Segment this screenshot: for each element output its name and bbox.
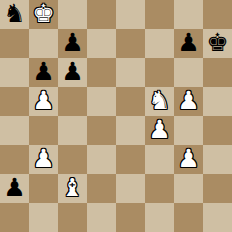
square-a7[interactable] <box>0 29 29 58</box>
square-a3[interactable] <box>0 145 29 174</box>
piece-black-knight[interactable]: ♞ <box>3 1 25 26</box>
piece-black-pawn[interactable]: ♟ <box>3 175 25 200</box>
square-h5[interactable] <box>203 87 232 116</box>
square-f3[interactable] <box>145 145 174 174</box>
square-b1[interactable] <box>29 203 58 232</box>
square-f1[interactable] <box>145 203 174 232</box>
square-d7[interactable] <box>87 29 116 58</box>
square-h2[interactable] <box>203 174 232 203</box>
piece-white-pawn[interactable]: ♟ <box>32 88 54 113</box>
square-c7[interactable]: ♟ <box>58 29 87 58</box>
square-d2[interactable] <box>87 174 116 203</box>
square-c5[interactable] <box>58 87 87 116</box>
square-b2[interactable] <box>29 174 58 203</box>
square-h1[interactable] <box>203 203 232 232</box>
square-c6[interactable]: ♟ <box>58 58 87 87</box>
square-g6[interactable] <box>174 58 203 87</box>
square-g2[interactable] <box>174 174 203 203</box>
square-d6[interactable] <box>87 58 116 87</box>
square-c1[interactable] <box>58 203 87 232</box>
square-a4[interactable] <box>0 116 29 145</box>
square-d8[interactable] <box>87 0 116 29</box>
square-h6[interactable] <box>203 58 232 87</box>
square-d1[interactable] <box>87 203 116 232</box>
square-f2[interactable] <box>145 174 174 203</box>
square-g8[interactable] <box>174 0 203 29</box>
piece-black-pawn[interactable]: ♟ <box>177 30 199 55</box>
square-f4[interactable]: ♟ <box>145 116 174 145</box>
square-a6[interactable] <box>0 58 29 87</box>
square-c8[interactable] <box>58 0 87 29</box>
square-a8[interactable]: ♞ <box>0 0 29 29</box>
square-d5[interactable] <box>87 87 116 116</box>
square-e4[interactable] <box>116 116 145 145</box>
square-g3[interactable]: ♟ <box>174 145 203 174</box>
piece-white-pawn[interactable]: ♟ <box>148 117 170 142</box>
square-h8[interactable] <box>203 0 232 29</box>
piece-black-pawn[interactable]: ♟ <box>32 59 54 84</box>
square-b3[interactable]: ♟ <box>29 145 58 174</box>
piece-black-king[interactable]: ♚ <box>206 30 228 55</box>
square-b7[interactable] <box>29 29 58 58</box>
square-c4[interactable] <box>58 116 87 145</box>
square-a1[interactable] <box>0 203 29 232</box>
square-e7[interactable] <box>116 29 145 58</box>
piece-white-pawn[interactable]: ♟ <box>177 146 199 171</box>
square-d3[interactable] <box>87 145 116 174</box>
square-h3[interactable] <box>203 145 232 174</box>
square-e1[interactable] <box>116 203 145 232</box>
square-e5[interactable] <box>116 87 145 116</box>
piece-white-bishop[interactable]: ♝ <box>61 175 83 200</box>
square-e2[interactable] <box>116 174 145 203</box>
square-g7[interactable]: ♟ <box>174 29 203 58</box>
piece-white-pawn[interactable]: ♟ <box>32 146 54 171</box>
square-g1[interactable] <box>174 203 203 232</box>
square-g4[interactable] <box>174 116 203 145</box>
square-f7[interactable] <box>145 29 174 58</box>
piece-black-pawn[interactable]: ♟ <box>61 59 83 84</box>
square-c3[interactable] <box>58 145 87 174</box>
piece-white-pawn[interactable]: ♟ <box>177 88 199 113</box>
chess-board: ♞♚♟♟♚♟♟♟♞♟♟♟♟♟♝ <box>0 0 232 232</box>
square-e6[interactable] <box>116 58 145 87</box>
piece-white-king[interactable]: ♚ <box>32 1 54 26</box>
square-b5[interactable]: ♟ <box>29 87 58 116</box>
square-h4[interactable] <box>203 116 232 145</box>
square-e3[interactable] <box>116 145 145 174</box>
square-f5[interactable]: ♞ <box>145 87 174 116</box>
square-b4[interactable] <box>29 116 58 145</box>
square-a5[interactable] <box>0 87 29 116</box>
square-d4[interactable] <box>87 116 116 145</box>
square-f6[interactable] <box>145 58 174 87</box>
piece-black-pawn[interactable]: ♟ <box>61 30 83 55</box>
square-b8[interactable]: ♚ <box>29 0 58 29</box>
square-h7[interactable]: ♚ <box>203 29 232 58</box>
square-c2[interactable]: ♝ <box>58 174 87 203</box>
square-e8[interactable] <box>116 0 145 29</box>
square-g5[interactable]: ♟ <box>174 87 203 116</box>
square-b6[interactable]: ♟ <box>29 58 58 87</box>
square-f8[interactable] <box>145 0 174 29</box>
square-a2[interactable]: ♟ <box>0 174 29 203</box>
piece-white-knight[interactable]: ♞ <box>148 88 170 113</box>
